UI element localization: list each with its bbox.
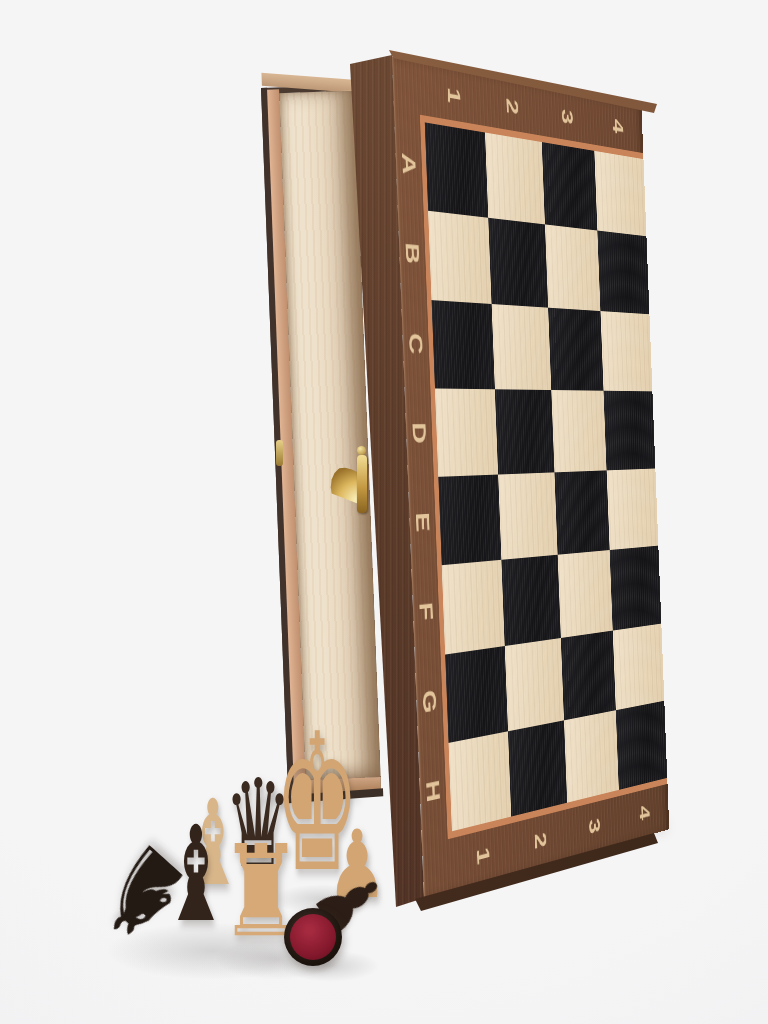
pawn-felt-base-ring [284, 908, 342, 966]
square-f1 [442, 560, 505, 654]
square-b2 [488, 218, 547, 307]
brass-clasp-knob [357, 446, 366, 455]
square-a4 [594, 151, 646, 237]
rank-labels-bottom-4: 4 [636, 803, 653, 822]
square-c3 [548, 307, 604, 390]
board-front-face: ABCDEFGH 1234 1234 [392, 57, 669, 898]
square-h2 [508, 720, 567, 816]
file-label-C: C [404, 323, 428, 364]
square-e3 [554, 470, 609, 555]
piece-white-bishop: ♝ [182, 784, 243, 902]
file-label-H: H [421, 769, 444, 814]
piece-black-knight-lying: ♞ [71, 821, 213, 965]
square-a2 [485, 133, 545, 225]
file-label-G: G [418, 680, 441, 723]
square-d3 [551, 390, 606, 473]
square-g4 [613, 623, 665, 710]
piece-black-queen: ♛ [224, 763, 292, 885]
square-e4 [606, 468, 658, 550]
rank-labels-top-2: 2 [503, 97, 523, 116]
pawn-felt-base-red [290, 914, 336, 960]
rank-labels-bottom-3: 3 [585, 816, 603, 836]
square-f2 [502, 555, 561, 646]
square-a1 [425, 122, 489, 218]
file-label-B: B [401, 233, 425, 275]
square-e1 [438, 475, 501, 566]
file-label-F: F [414, 591, 437, 633]
square-e2 [498, 472, 557, 560]
square-c1 [431, 300, 495, 389]
square-b3 [545, 225, 601, 311]
square-h1 [448, 731, 511, 831]
rank-labels-top: 1234 [392, 57, 642, 107]
square-d1 [435, 388, 498, 477]
piece-black-bishop: ♝ [162, 808, 231, 940]
brass-hinge-pin [276, 440, 283, 466]
square-d4 [603, 390, 655, 470]
file-label-E: E [411, 502, 434, 543]
square-b4 [597, 231, 649, 314]
square-c4 [600, 311, 652, 392]
square-b1 [428, 211, 492, 304]
file-label-D: D [407, 413, 431, 453]
rank-labels-top-1: 1 [443, 86, 465, 106]
square-a3 [542, 142, 598, 231]
square-c2 [492, 304, 551, 390]
rank-labels-top-3: 3 [558, 108, 577, 126]
rank-labels-bottom-2: 2 [531, 830, 551, 851]
file-label-A: A [397, 143, 421, 186]
rank-labels-top-4: 4 [609, 117, 627, 135]
square-g3 [561, 630, 616, 720]
square-g2 [505, 638, 564, 731]
brass-clasp-plate [357, 455, 367, 513]
board-grid [425, 122, 668, 831]
square-h4 [616, 701, 668, 790]
product-photo-scene: ABCDEFGH 1234 1234 ♞♝♛♚♟♝♟♜ [0, 0, 768, 1024]
square-h3 [564, 710, 619, 803]
square-f4 [610, 546, 662, 630]
piece-white-pawn: ♟ [327, 818, 388, 912]
square-g1 [445, 646, 508, 743]
square-d2 [495, 389, 554, 474]
square-f3 [557, 550, 612, 637]
rank-labels-bottom-1: 1 [473, 845, 494, 867]
